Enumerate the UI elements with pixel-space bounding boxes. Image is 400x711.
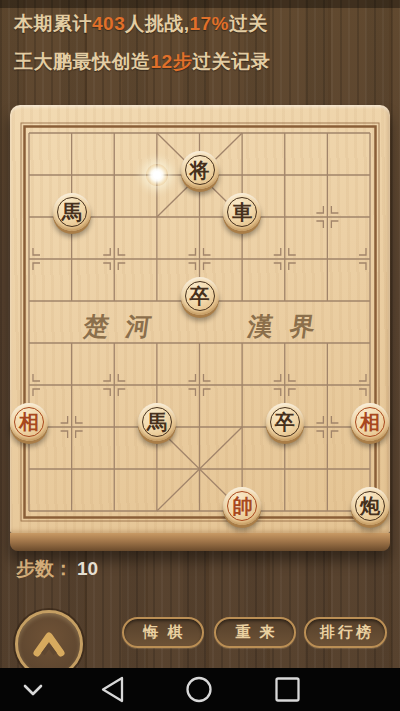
piece-character: 相: [19, 412, 39, 432]
piece-ring: 卒: [185, 281, 215, 311]
piece-ring: 車: [227, 197, 257, 227]
piece-character: 将: [190, 160, 210, 180]
piece-character: 炮: [360, 496, 380, 516]
record-steps: 12步: [151, 51, 193, 72]
android-nav-bar: [0, 668, 400, 711]
piece-ring: 馬: [142, 407, 172, 437]
pass-rate: 17%: [189, 13, 229, 34]
record-text: 王大鹏最快创造: [14, 51, 151, 72]
piece-character: 馬: [62, 202, 82, 222]
move-counter-label: 步数：: [16, 558, 73, 579]
piece-character: 相: [360, 412, 380, 432]
piece-ring: 馬: [57, 197, 87, 227]
piece-character: 卒: [190, 286, 210, 306]
move-counter-value: 10: [77, 558, 98, 579]
chevron-up-icon: [29, 627, 69, 661]
piece-black-soldier[interactable]: 卒: [181, 277, 219, 315]
piece-ring: 帥: [227, 491, 257, 521]
piece-black-horse[interactable]: 馬: [138, 403, 176, 441]
status-bar-shade: [0, 0, 400, 8]
piece-ring: 相: [14, 407, 44, 437]
stats-text: 本期累计: [14, 13, 92, 34]
challenger-count: 403: [92, 13, 125, 34]
stats-text: 过关: [229, 13, 268, 34]
piece-black-chariot[interactable]: 車: [223, 193, 261, 231]
move-counter: 步数：10: [16, 556, 98, 582]
challenge-stats-line: 本期累计403人挑战,17%过关: [14, 11, 268, 37]
river-label-han: 漢界: [246, 310, 335, 343]
piece-ring: 炮: [355, 491, 385, 521]
piece-red-elephant[interactable]: 相: [10, 403, 48, 441]
piece-character: 帥: [232, 496, 252, 516]
restart-button[interactable]: 重来: [214, 617, 296, 648]
piece-black-soldier[interactable]: 卒: [266, 403, 304, 441]
piece-character: 卒: [275, 412, 295, 432]
piece-black-general[interactable]: 将: [181, 151, 219, 189]
piece-red-general[interactable]: 帥: [223, 487, 261, 525]
piece-red-elephant[interactable]: 相: [351, 403, 389, 441]
piece-ring: 将: [185, 155, 215, 185]
record-text: 过关记录: [192, 51, 270, 72]
board-3d-edge: [10, 533, 390, 551]
piece-black-horse[interactable]: 馬: [53, 193, 91, 231]
piece-black-cannon[interactable]: 炮: [351, 487, 389, 525]
piece-ring: 卒: [270, 407, 300, 437]
piece-character: 車: [232, 202, 252, 222]
river-label-chu: 楚河: [82, 310, 171, 343]
home-icon[interactable]: [188, 678, 211, 701]
stats-text: 人挑战,: [125, 13, 189, 34]
undo-move-button[interactable]: 悔棋: [122, 617, 204, 648]
piece-ring: 相: [355, 407, 385, 437]
collapse-chevron-icon[interactable]: [25, 686, 41, 694]
piece-character: 馬: [147, 412, 167, 432]
back-icon[interactable]: [103, 678, 122, 701]
record-holder-line: 王大鹏最快创造12步过关记录: [14, 49, 270, 75]
recents-icon[interactable]: [277, 679, 299, 701]
leaderboard-button[interactable]: 排行榜: [304, 617, 387, 648]
